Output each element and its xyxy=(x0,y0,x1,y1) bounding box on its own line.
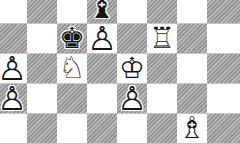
square-f7: ♜♖ xyxy=(147,23,177,53)
square-g8 xyxy=(177,0,207,23)
piece-white-pawn-d7: ♟♙ xyxy=(87,23,117,53)
chess-board: ♝♝♚♚♟♙♜♖♟♙♞♘♚♔♟♙♟♙♝♗ xyxy=(0,0,240,144)
square-anchor-c6: ♞♘ xyxy=(57,53,87,83)
piece-white-knight-c6: ♞♘ xyxy=(57,53,87,83)
piece-white-pawn-e5: ♟♙ xyxy=(117,83,147,113)
square-c7: ♚♚ xyxy=(57,23,87,53)
square-anchor-f7: ♜♖ xyxy=(147,23,177,53)
chess-diagram-thumbnail[interactable]: ♝♝♚♚♟♙♜♖♟♙♞♘♚♔♟♙♟♙♝♗ xyxy=(0,0,240,144)
square-anchor-c7: ♚♚ xyxy=(57,23,87,53)
square-c5 xyxy=(57,83,87,113)
square-h7 xyxy=(207,23,240,53)
square-e5: ♟♙ xyxy=(117,83,147,113)
square-f5 xyxy=(147,83,177,113)
square-b8 xyxy=(27,0,57,23)
square-anchor-a5: ♟♙ xyxy=(0,83,27,113)
square-c4 xyxy=(57,113,87,144)
square-b6 xyxy=(27,53,57,83)
square-d6 xyxy=(87,53,117,83)
piece-white-rook-f7: ♜♖ xyxy=(147,23,177,53)
square-h5 xyxy=(207,83,240,113)
square-anchor-g4: ♝♗ xyxy=(177,113,207,143)
square-b7 xyxy=(27,23,57,53)
square-f8 xyxy=(147,0,177,23)
piece-white-bishop-g4: ♝♗ xyxy=(177,113,207,143)
square-b5 xyxy=(27,83,57,113)
square-g7 xyxy=(177,23,207,53)
black-king-icon: ♚ xyxy=(57,23,87,53)
screenshot-stage: ♝♝♚♚♟♙♜♖♟♙♞♘♚♔♟♙♟♙♝♗ xyxy=(0,0,240,144)
white-bishop-icon: ♗ xyxy=(177,113,207,143)
piece-white-pawn-a5: ♟♙ xyxy=(0,83,27,113)
white-pawn-icon: ♙ xyxy=(87,23,117,53)
square-anchor-e5: ♟♙ xyxy=(117,83,147,113)
square-d7: ♟♙ xyxy=(87,23,117,53)
piece-black-king-c7: ♚♚ xyxy=(57,23,87,53)
square-e4 xyxy=(117,113,147,144)
square-h6 xyxy=(207,53,240,83)
square-d4 xyxy=(87,113,117,144)
square-e8 xyxy=(117,0,147,23)
square-c8 xyxy=(57,0,87,23)
square-f6 xyxy=(147,53,177,83)
square-a8 xyxy=(0,0,27,23)
white-pawn-icon: ♙ xyxy=(117,83,147,113)
square-a4 xyxy=(0,113,27,144)
square-h8 xyxy=(207,0,240,23)
square-g5 xyxy=(177,83,207,113)
square-e7 xyxy=(117,23,147,53)
square-anchor-d7: ♟♙ xyxy=(87,23,117,53)
square-a5: ♟♙ xyxy=(0,83,27,113)
square-c6: ♞♘ xyxy=(57,53,87,83)
square-h4 xyxy=(207,113,240,144)
square-g6 xyxy=(177,53,207,83)
square-g4: ♝♗ xyxy=(177,113,207,144)
square-d5 xyxy=(87,83,117,113)
white-pawn-icon: ♙ xyxy=(0,83,27,113)
white-knight-icon: ♘ xyxy=(57,53,87,83)
white-rook-icon: ♖ xyxy=(147,23,177,53)
rank-divider-line xyxy=(0,23,240,24)
square-b4 xyxy=(27,113,57,144)
square-f4 xyxy=(147,113,177,144)
